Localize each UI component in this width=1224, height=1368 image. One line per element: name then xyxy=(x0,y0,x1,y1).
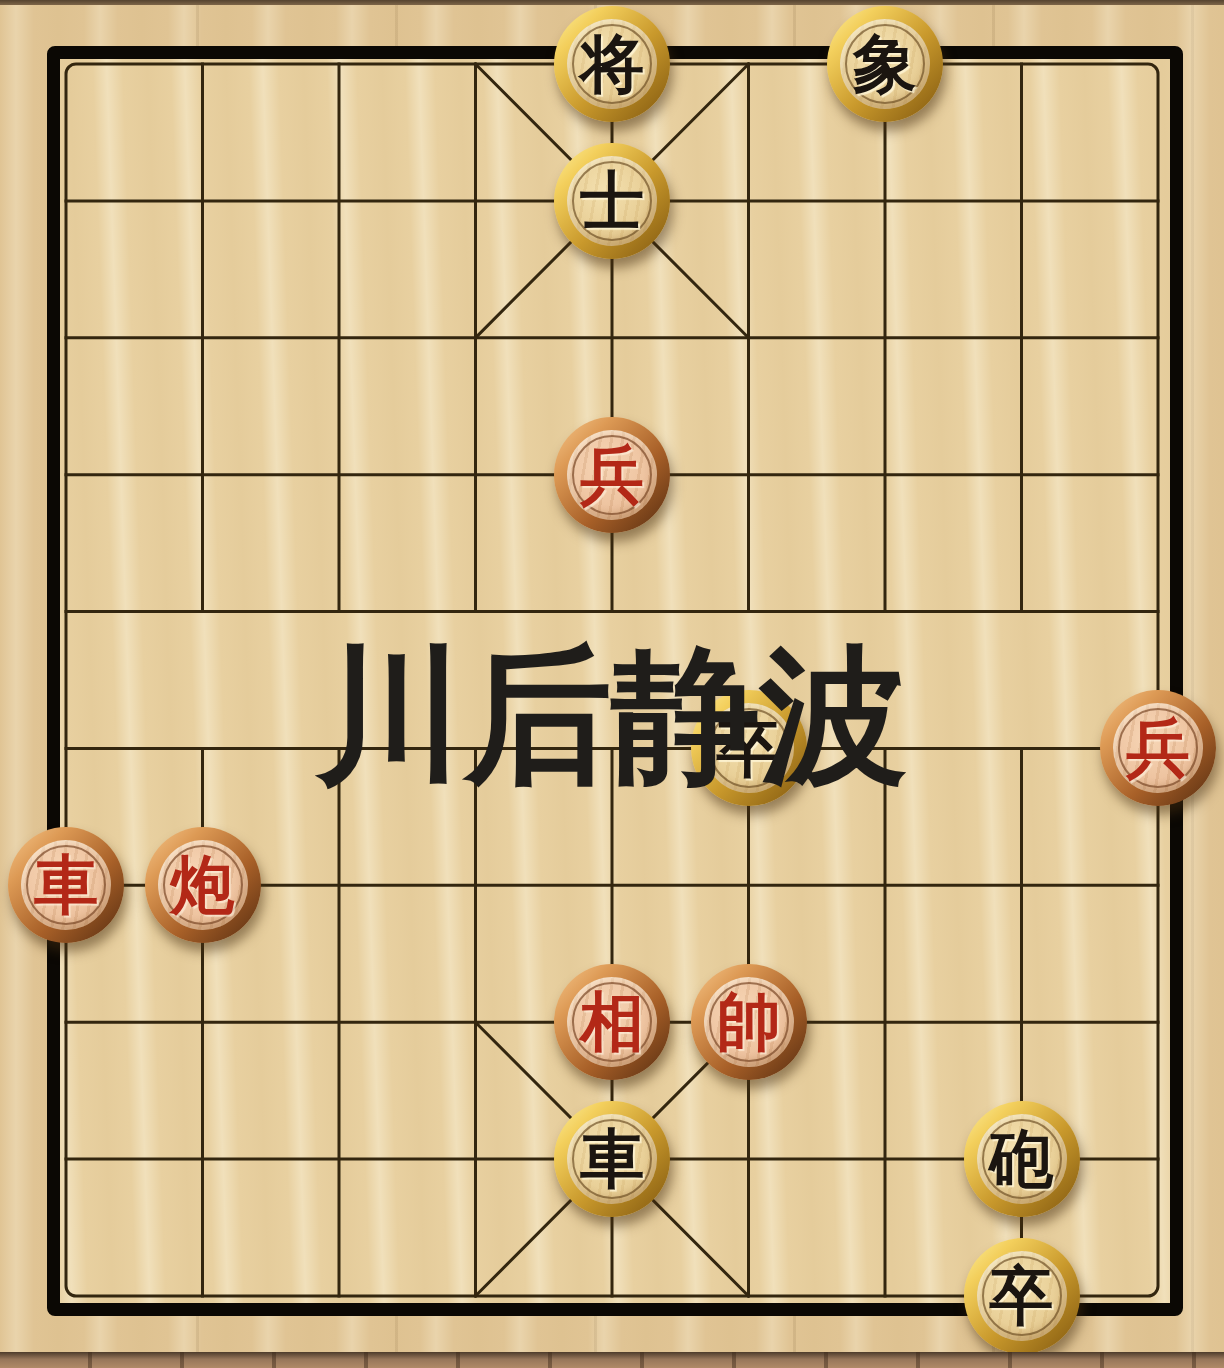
black-piece-glyph: 将 xyxy=(580,32,644,96)
piece-red-cannon[interactable]: 炮 xyxy=(145,827,261,943)
black-piece-glyph: 卒 xyxy=(717,716,781,780)
piece-face: 士 xyxy=(567,156,657,246)
piece-black-general[interactable]: 将 xyxy=(554,6,670,122)
black-piece-glyph: 車 xyxy=(580,1127,644,1191)
red-piece-glyph: 相 xyxy=(580,990,644,1054)
piece-black-chariot[interactable]: 車 xyxy=(554,1101,670,1217)
piece-face: 相 xyxy=(567,977,657,1067)
red-piece-glyph: 兵 xyxy=(580,443,644,507)
piece-face: 炮 xyxy=(158,840,248,930)
piece-face: 象 xyxy=(840,19,930,109)
table-edge-top xyxy=(0,0,1224,5)
black-piece-glyph: 象 xyxy=(853,32,917,96)
piece-black-soldier-1[interactable]: 卒 xyxy=(691,690,807,806)
red-piece-glyph: 帥 xyxy=(717,990,781,1054)
black-piece-glyph: 卒 xyxy=(990,1264,1054,1328)
piece-face: 帥 xyxy=(704,977,794,1067)
piece-red-soldier-2[interactable]: 兵 xyxy=(1100,690,1216,806)
piece-red-chariot[interactable]: 車 xyxy=(8,827,124,943)
piece-black-soldier-2[interactable]: 卒 xyxy=(964,1238,1080,1354)
piece-face: 卒 xyxy=(977,1251,1067,1341)
pieces-layer: 将象士兵卒兵車炮相帥車砲卒 xyxy=(0,0,1224,1368)
black-piece-glyph: 士 xyxy=(580,169,644,233)
piece-face: 砲 xyxy=(977,1114,1067,1204)
piece-face: 車 xyxy=(21,840,111,930)
black-piece-glyph: 砲 xyxy=(990,1127,1054,1191)
piece-red-soldier-1[interactable]: 兵 xyxy=(554,417,670,533)
piece-face: 兵 xyxy=(567,430,657,520)
red-piece-glyph: 車 xyxy=(34,853,98,917)
piece-black-cannon[interactable]: 砲 xyxy=(964,1101,1080,1217)
piece-face: 車 xyxy=(567,1114,657,1204)
red-piece-glyph: 兵 xyxy=(1126,716,1190,780)
red-piece-glyph: 炮 xyxy=(171,853,235,917)
piece-red-general[interactable]: 帥 xyxy=(691,964,807,1080)
piece-face: 将 xyxy=(567,19,657,109)
table-edge-bottom xyxy=(0,1352,1224,1368)
piece-face: 兵 xyxy=(1113,703,1203,793)
piece-face: 卒 xyxy=(704,703,794,793)
piece-red-elephant[interactable]: 相 xyxy=(554,964,670,1080)
piece-black-advisor[interactable]: 士 xyxy=(554,143,670,259)
piece-black-elephant[interactable]: 象 xyxy=(827,6,943,122)
xiangqi-game-screen: 将象士兵卒兵車炮相帥車砲卒 川后静波 xyxy=(0,0,1224,1368)
